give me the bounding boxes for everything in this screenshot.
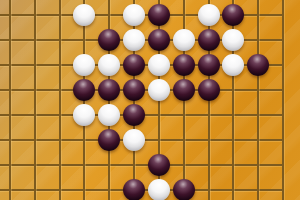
white-stone — [98, 104, 120, 126]
white-stone — [73, 4, 95, 26]
go-board[interactable] — [0, 0, 300, 200]
grid-line-vertical — [9, 0, 11, 200]
black-stone — [173, 79, 195, 101]
white-stone — [123, 4, 145, 26]
black-stone — [73, 79, 95, 101]
black-stone — [98, 79, 120, 101]
white-stone — [123, 29, 145, 51]
white-stone — [148, 54, 170, 76]
black-stone — [173, 179, 195, 200]
white-stone — [148, 179, 170, 200]
black-stone — [247, 54, 269, 76]
black-stone — [198, 79, 220, 101]
grid-line-vertical — [34, 0, 36, 200]
grid-line-vertical — [282, 0, 284, 200]
white-stone — [73, 104, 95, 126]
grid-line-horizontal — [0, 164, 284, 166]
black-stone — [123, 179, 145, 200]
black-stone — [123, 104, 145, 126]
black-stone — [148, 154, 170, 176]
black-stone — [98, 29, 120, 51]
white-stone — [148, 79, 170, 101]
black-stone — [148, 4, 170, 26]
black-stone — [173, 54, 195, 76]
grid-line-vertical — [59, 0, 61, 200]
black-stone — [222, 4, 244, 26]
black-stone — [198, 29, 220, 51]
black-stone — [123, 79, 145, 101]
black-stone — [98, 129, 120, 151]
white-stone — [173, 29, 195, 51]
white-stone — [98, 54, 120, 76]
grid-line-vertical — [257, 0, 259, 200]
white-stone — [123, 129, 145, 151]
white-stone — [198, 4, 220, 26]
black-stone — [148, 29, 170, 51]
white-stone — [222, 29, 244, 51]
black-stone — [198, 54, 220, 76]
black-stone — [123, 54, 145, 76]
white-stone — [222, 54, 244, 76]
white-stone — [73, 54, 95, 76]
